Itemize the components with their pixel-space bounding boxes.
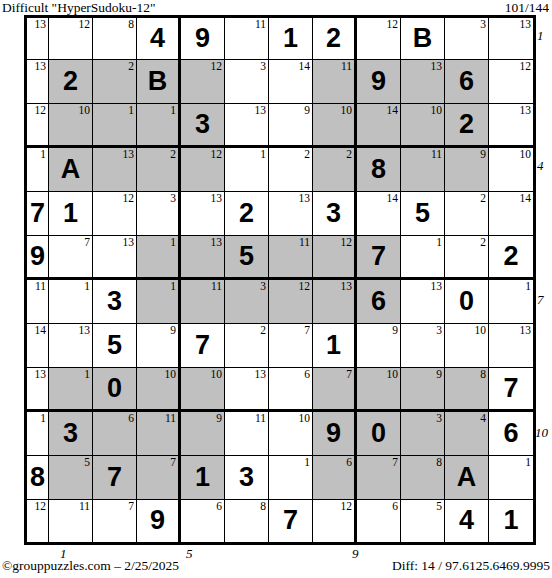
cell-r11c11: A xyxy=(445,456,489,500)
solve-order-mark: 11 xyxy=(35,280,46,293)
solve-order-mark: 1 xyxy=(170,236,176,249)
solve-order-mark: 5 xyxy=(84,456,90,469)
solve-order-mark: 3 xyxy=(260,280,266,293)
cell-r10c4[interactable]: 11 xyxy=(137,412,181,456)
cell-r7c12[interactable]: 1 xyxy=(489,280,533,324)
cell-r8c8: 1 xyxy=(313,324,357,368)
solve-order-mark: 1 xyxy=(170,280,176,293)
cell-r7c7[interactable]: 12 xyxy=(269,280,313,324)
solve-order-mark: 10 xyxy=(431,104,443,117)
cell-r2c9: 9 xyxy=(357,60,401,104)
solve-order-mark: 1 xyxy=(40,412,46,425)
cell-r3c6[interactable]: 13 xyxy=(225,104,269,148)
given-value: 6 xyxy=(371,288,386,315)
solve-order-mark: 8 xyxy=(436,456,442,469)
solve-order-mark: 13 xyxy=(35,368,47,381)
solve-order-mark: 13 xyxy=(211,192,223,205)
cell-r7c4[interactable]: 1 xyxy=(137,280,181,324)
cell-r5c10: 5 xyxy=(401,192,445,236)
solve-order-mark: 2 xyxy=(480,236,486,249)
solve-order-mark: 2 xyxy=(128,60,134,73)
solve-order-mark: 13 xyxy=(211,236,223,249)
cell-r10c6[interactable]: 11 xyxy=(225,412,269,456)
given-value: 2 xyxy=(239,200,254,227)
cell-r6c11[interactable]: 2 xyxy=(445,236,489,280)
col-label-9: 9 xyxy=(352,546,359,562)
cell-r4c3[interactable]: 13 xyxy=(93,148,137,192)
cell-r3c12[interactable]: 13 xyxy=(489,104,533,148)
solve-order-mark: 11 xyxy=(165,412,176,425)
solve-order-mark: 13 xyxy=(341,280,353,293)
row-label-1: 1 xyxy=(537,28,544,44)
solve-order-mark: 11 xyxy=(255,18,266,31)
cell-r4c2: A xyxy=(49,148,93,192)
cell-r10c1[interactable]: 1 xyxy=(27,412,49,456)
cell-r9c11[interactable]: 8 xyxy=(445,368,489,412)
given-value: 0 xyxy=(371,420,386,447)
solve-order-mark: 6 xyxy=(128,412,134,425)
solve-order-mark: 13 xyxy=(520,324,532,337)
given-value: 1 xyxy=(195,464,210,491)
given-value: 3 xyxy=(195,111,210,138)
cell-r7c2[interactable]: 1 xyxy=(49,280,93,324)
cell-r8c10[interactable]: 3 xyxy=(401,324,445,368)
cell-r2c4: B xyxy=(137,60,181,104)
solve-order-mark: 7 xyxy=(346,368,352,381)
cell-r5c1: 7 xyxy=(27,192,49,236)
cell-r1c6[interactable]: 11 xyxy=(225,18,269,60)
col-label-5: 5 xyxy=(186,546,193,562)
solve-order-mark: 10 xyxy=(79,104,91,117)
given-value: 8 xyxy=(30,464,45,491)
solve-order-mark: 1 xyxy=(84,368,90,381)
cell-r1c10: B xyxy=(401,18,445,60)
solve-order-mark: 1 xyxy=(170,104,176,117)
solve-order-mark: 13 xyxy=(35,60,47,73)
cell-r5c5[interactable]: 13 xyxy=(181,192,225,236)
cell-r10c9: 0 xyxy=(357,412,401,456)
cell-r2c10[interactable]: 13 xyxy=(401,60,445,104)
cell-r3c11: 2 xyxy=(445,104,489,148)
solve-order-mark: 10 xyxy=(165,368,177,381)
cell-r4c11[interactable]: 9 xyxy=(445,148,489,192)
cell-r4c1[interactable]: 1 xyxy=(27,148,49,192)
solve-order-mark: 1 xyxy=(436,236,442,249)
given-value: 6 xyxy=(503,420,518,447)
given-value: 4 xyxy=(459,507,474,534)
sudoku-board: 1312849111212B3131322B123141191361212101… xyxy=(24,15,536,545)
cell-r7c11: 0 xyxy=(445,280,489,324)
cell-r2c8[interactable]: 11 xyxy=(313,60,357,104)
cell-r7c10[interactable]: 13 xyxy=(401,280,445,324)
given-value: 3 xyxy=(63,420,78,447)
solve-order-mark: 14 xyxy=(35,324,47,337)
solve-order-mark: 9 xyxy=(304,104,310,117)
cell-r3c3[interactable]: 1 xyxy=(93,104,137,148)
solve-order-mark: 7 xyxy=(128,500,134,513)
cell-r8c9[interactable]: 9 xyxy=(357,324,401,368)
solve-order-mark: 8 xyxy=(260,500,266,513)
cell-r3c10[interactable]: 10 xyxy=(401,104,445,148)
given-value: 3 xyxy=(326,200,341,227)
cell-r2c6[interactable]: 3 xyxy=(225,60,269,104)
cell-r8c3: 5 xyxy=(93,324,137,368)
cell-r6c6: 5 xyxy=(225,236,269,280)
cell-r6c7[interactable]: 11 xyxy=(269,236,313,280)
solve-order-mark: 9 xyxy=(170,324,176,337)
given-value: 9 xyxy=(326,420,341,447)
cell-r1c3[interactable]: 8 xyxy=(93,18,137,60)
cell-r6c9: 7 xyxy=(357,236,401,280)
cell-r11c2[interactable]: 5 xyxy=(49,456,93,500)
row-label-10: 10 xyxy=(535,425,548,441)
cell-r2c11: 6 xyxy=(445,60,489,104)
solve-order-mark: 8 xyxy=(480,368,486,381)
given-value: 1 xyxy=(63,200,78,227)
given-value: 4 xyxy=(150,25,165,52)
solve-order-mark: 13 xyxy=(255,368,267,381)
cell-r9c3: 0 xyxy=(93,368,137,412)
cell-r10c2: 3 xyxy=(49,412,93,456)
cell-r5c3[interactable]: 12 xyxy=(93,192,137,236)
solve-order-mark: 1 xyxy=(304,456,310,469)
copyright-date: ©grouppuzzles.com – 2/25/2025 xyxy=(2,558,179,574)
given-value: 5 xyxy=(107,332,122,359)
solve-order-mark: 10 xyxy=(387,368,399,381)
cell-r10c12: 6 xyxy=(489,412,533,456)
cell-r12c11: 4 xyxy=(445,500,489,542)
solve-order-mark: 7 xyxy=(392,456,398,469)
puzzle-title: Difficult "HyperSudoku-12" xyxy=(2,0,156,16)
solve-order-mark: 1 xyxy=(525,280,531,293)
cell-r4c12[interactable]: 10 xyxy=(489,148,533,192)
cell-r2c2: 2 xyxy=(49,60,93,104)
cell-r6c4[interactable]: 1 xyxy=(137,236,181,280)
cell-r10c11[interactable]: 4 xyxy=(445,412,489,456)
solve-order-mark: 14 xyxy=(387,192,399,205)
solve-order-mark: 11 xyxy=(341,60,352,73)
solve-order-mark: 10 xyxy=(520,148,532,161)
cell-r4c9: 8 xyxy=(357,148,401,192)
given-value: 9 xyxy=(30,243,45,270)
cell-r4c6[interactable]: 1 xyxy=(225,148,269,192)
cell-r2c1[interactable]: 13 xyxy=(27,60,49,104)
cell-r7c5[interactable]: 11 xyxy=(181,280,225,324)
solve-order-mark: 9 xyxy=(436,368,442,381)
cell-r6c12: 2 xyxy=(489,236,533,280)
cell-r3c7[interactable]: 9 xyxy=(269,104,313,148)
cell-r11c4[interactable]: 7 xyxy=(137,456,181,500)
given-value: 2 xyxy=(459,111,474,138)
cell-r8c11[interactable]: 10 xyxy=(445,324,489,368)
solve-order-mark: 14 xyxy=(520,192,532,205)
row-label-7: 7 xyxy=(537,292,544,308)
solve-order-mark: 11 xyxy=(255,412,266,425)
given-value: 5 xyxy=(239,243,254,270)
solve-order-mark: 6 xyxy=(304,368,310,381)
cell-r12c1[interactable]: 12 xyxy=(27,500,49,542)
solve-order-mark: 13 xyxy=(255,104,267,117)
cell-r12c10[interactable]: 5 xyxy=(401,500,445,542)
solve-order-mark: 13 xyxy=(431,280,443,293)
cell-r6c3[interactable]: 13 xyxy=(93,236,137,280)
solve-order-mark: 2 xyxy=(480,192,486,205)
cell-r3c8[interactable]: 10 xyxy=(313,104,357,148)
row-label-4: 4 xyxy=(537,158,544,174)
given-value: 2 xyxy=(503,243,518,270)
solve-order-mark: 12 xyxy=(520,60,532,73)
cell-r1c8: 2 xyxy=(313,18,357,60)
given-value: 9 xyxy=(150,507,165,534)
solve-order-mark: 12 xyxy=(35,500,47,513)
cell-r11c1: 8 xyxy=(27,456,49,500)
cell-r5c8: 3 xyxy=(313,192,357,236)
solve-order-mark: 11 xyxy=(79,500,90,513)
solve-order-mark: 13 xyxy=(431,60,443,73)
difficulty-rating: Diff: 14 / 97.6125.6469.9995 xyxy=(392,558,550,574)
cell-r5c12[interactable]: 14 xyxy=(489,192,533,236)
cell-r1c11[interactable]: 3 xyxy=(445,18,489,60)
given-value: 3 xyxy=(107,288,122,315)
cell-r1c2[interactable]: 12 xyxy=(49,18,93,60)
cell-r8c1[interactable]: 14 xyxy=(27,324,49,368)
cell-r11c6: 3 xyxy=(225,456,269,500)
cell-r5c7[interactable]: 13 xyxy=(269,192,313,236)
cell-r11c9[interactable]: 7 xyxy=(357,456,401,500)
cell-r10c8: 9 xyxy=(313,412,357,456)
given-value: B xyxy=(148,68,168,95)
solve-order-mark: 3 xyxy=(480,18,486,31)
given-value: 5 xyxy=(415,200,430,227)
cell-r12c7: 7 xyxy=(269,500,313,542)
solve-order-mark: 10 xyxy=(299,412,311,425)
cell-r5c4[interactable]: 3 xyxy=(137,192,181,236)
solve-order-mark: 1 xyxy=(84,280,90,293)
cell-r4c4[interactable]: 2 xyxy=(137,148,181,192)
cell-r7c1[interactable]: 11 xyxy=(27,280,49,324)
cell-r12c8[interactable]: 12 xyxy=(313,500,357,542)
solve-order-mark: 12 xyxy=(211,60,223,73)
cell-r12c9[interactable]: 6 xyxy=(357,500,401,542)
cell-r12c5[interactable]: 6 xyxy=(181,500,225,542)
solve-order-mark: 13 xyxy=(35,18,47,31)
cell-r11c8[interactable]: 6 xyxy=(313,456,357,500)
solve-order-mark: 13 xyxy=(79,324,91,337)
cell-r6c2[interactable]: 7 xyxy=(49,236,93,280)
cell-r2c3[interactable]: 2 xyxy=(93,60,137,104)
solve-order-mark: 10 xyxy=(211,368,223,381)
cell-r3c2[interactable]: 10 xyxy=(49,104,93,148)
solve-order-mark: 13 xyxy=(123,236,135,249)
solve-order-mark: 1 xyxy=(128,104,134,117)
solve-order-mark: 13 xyxy=(520,18,532,31)
cell-r1c7: 1 xyxy=(269,18,313,60)
cell-r2c7[interactable]: 14 xyxy=(269,60,313,104)
cell-r4c10[interactable]: 11 xyxy=(401,148,445,192)
solve-order-mark: 1 xyxy=(525,456,531,469)
cell-r9c6[interactable]: 13 xyxy=(225,368,269,412)
cell-r5c2: 1 xyxy=(49,192,93,236)
page-number: 101/144 xyxy=(505,0,549,16)
solve-order-mark: 3 xyxy=(260,60,266,73)
given-value: 9 xyxy=(371,68,386,95)
cell-r5c9[interactable]: 14 xyxy=(357,192,401,236)
given-value: 2 xyxy=(326,25,341,52)
cell-r10c7[interactable]: 10 xyxy=(269,412,313,456)
cell-r9c7[interactable]: 6 xyxy=(269,368,313,412)
cell-r5c6: 2 xyxy=(225,192,269,236)
cell-r3c5: 3 xyxy=(181,104,225,148)
given-value: B xyxy=(413,25,433,52)
solve-order-mark: 14 xyxy=(387,104,399,117)
cell-r9c4[interactable]: 10 xyxy=(137,368,181,412)
cell-r1c1[interactable]: 13 xyxy=(27,18,49,60)
cell-r2c12[interactable]: 12 xyxy=(489,60,533,104)
cell-r8c7[interactable]: 7 xyxy=(269,324,313,368)
cell-r8c6[interactable]: 2 xyxy=(225,324,269,368)
given-value: A xyxy=(457,464,477,491)
cell-r11c5: 1 xyxy=(181,456,225,500)
solve-order-mark: 7 xyxy=(84,236,90,249)
cell-r8c12[interactable]: 13 xyxy=(489,324,533,368)
cell-r6c1: 9 xyxy=(27,236,49,280)
cell-r9c8[interactable]: 7 xyxy=(313,368,357,412)
given-value: 7 xyxy=(503,375,518,402)
cell-r11c7[interactable]: 1 xyxy=(269,456,313,500)
given-value: 0 xyxy=(459,288,474,315)
solve-order-mark: 7 xyxy=(170,456,176,469)
given-value: 7 xyxy=(283,507,298,534)
puzzle-page: { "game": "hyper-sudoku-12x12", "header"… xyxy=(0,0,552,578)
solve-order-mark: 10 xyxy=(475,324,487,337)
cell-r4c5[interactable]: 12 xyxy=(181,148,225,192)
cell-r12c12: 1 xyxy=(489,500,533,542)
cell-r10c10[interactable]: 3 xyxy=(401,412,445,456)
cell-r2c5[interactable]: 12 xyxy=(181,60,225,104)
solve-order-mark: 12 xyxy=(79,18,91,31)
cell-r7c6[interactable]: 3 xyxy=(225,280,269,324)
solve-order-mark: 12 xyxy=(341,500,353,513)
given-value: 3 xyxy=(239,464,254,491)
solve-order-mark: 9 xyxy=(216,412,222,425)
given-value: 1 xyxy=(283,25,298,52)
cell-r8c5: 7 xyxy=(181,324,225,368)
solve-order-mark: 2 xyxy=(260,324,266,337)
cell-r3c1[interactable]: 12 xyxy=(27,104,49,148)
cell-r1c9[interactable]: 12 xyxy=(357,18,401,60)
cell-r9c9[interactable]: 10 xyxy=(357,368,401,412)
solve-order-mark: 2 xyxy=(170,148,176,161)
given-value: 0 xyxy=(107,375,122,402)
cell-r7c9: 6 xyxy=(357,280,401,324)
solve-order-mark: 12 xyxy=(341,236,353,249)
cell-r10c5[interactable]: 9 xyxy=(181,412,225,456)
solve-order-mark: 3 xyxy=(170,192,176,205)
cell-r11c12[interactable]: 1 xyxy=(489,456,533,500)
given-value: 7 xyxy=(371,243,386,270)
given-value: 9 xyxy=(195,25,210,52)
cell-r9c12: 7 xyxy=(489,368,533,412)
solve-order-mark: 13 xyxy=(520,104,532,117)
given-value: 7 xyxy=(30,200,45,227)
solve-order-mark: 12 xyxy=(123,192,135,205)
solve-order-mark: 6 xyxy=(392,500,398,513)
given-value: 2 xyxy=(63,68,78,95)
solve-order-mark: 12 xyxy=(35,104,47,117)
solve-order-mark: 2 xyxy=(346,148,352,161)
solve-order-mark: 13 xyxy=(123,148,135,161)
solve-order-mark: 11 xyxy=(299,236,310,249)
cell-r6c5[interactable]: 13 xyxy=(181,236,225,280)
solve-order-mark: 9 xyxy=(480,148,486,161)
cell-r12c4: 9 xyxy=(137,500,181,542)
solve-order-mark: 1 xyxy=(40,148,46,161)
cell-r8c2[interactable]: 13 xyxy=(49,324,93,368)
cell-r7c8[interactable]: 13 xyxy=(313,280,357,324)
given-value: 7 xyxy=(107,464,122,491)
solve-order-mark: 11 xyxy=(211,280,222,293)
cell-r12c6[interactable]: 8 xyxy=(225,500,269,542)
cell-r5c11[interactable]: 2 xyxy=(445,192,489,236)
cell-r10c3[interactable]: 6 xyxy=(93,412,137,456)
given-value: 6 xyxy=(459,68,474,95)
solve-order-mark: 1 xyxy=(260,148,266,161)
solve-order-mark: 14 xyxy=(299,60,311,73)
cell-r12c3[interactable]: 7 xyxy=(93,500,137,542)
cell-r6c10[interactable]: 1 xyxy=(401,236,445,280)
cell-r3c9[interactable]: 14 xyxy=(357,104,401,148)
solve-order-mark: 8 xyxy=(128,18,134,31)
solve-order-mark: 12 xyxy=(299,280,311,293)
given-value: 7 xyxy=(195,332,210,359)
cell-r4c8[interactable]: 2 xyxy=(313,148,357,192)
cell-r12c2[interactable]: 11 xyxy=(49,500,93,542)
solve-order-mark: 13 xyxy=(299,192,311,205)
solve-order-mark: 11 xyxy=(431,148,442,161)
cell-r8c4[interactable]: 9 xyxy=(137,324,181,368)
solve-order-mark: 5 xyxy=(436,500,442,513)
solve-order-mark: 2 xyxy=(304,148,310,161)
solve-order-mark: 10 xyxy=(341,104,353,117)
solve-order-mark: 12 xyxy=(387,18,399,31)
cell-r9c10[interactable]: 9 xyxy=(401,368,445,412)
solve-order-mark: 4 xyxy=(480,412,486,425)
cell-r9c1[interactable]: 13 xyxy=(27,368,49,412)
cell-r11c10[interactable]: 8 xyxy=(401,456,445,500)
cell-r7c3: 3 xyxy=(93,280,137,324)
solve-order-mark: 12 xyxy=(211,148,223,161)
cell-r1c5: 9 xyxy=(181,18,225,60)
given-value: 8 xyxy=(371,156,386,183)
given-value: A xyxy=(61,156,81,183)
cell-r9c2[interactable]: 1 xyxy=(49,368,93,412)
solve-order-mark: 6 xyxy=(216,500,222,513)
cell-r1c4: 4 xyxy=(137,18,181,60)
solve-order-mark: 3 xyxy=(436,412,442,425)
solve-order-mark: 7 xyxy=(304,324,310,337)
cell-r3c4[interactable]: 1 xyxy=(137,104,181,148)
solve-order-mark: 9 xyxy=(392,324,398,337)
solve-order-mark: 3 xyxy=(436,324,442,337)
cell-r11c3: 7 xyxy=(93,456,137,500)
solve-order-mark: 6 xyxy=(346,456,352,469)
cell-r6c8[interactable]: 12 xyxy=(313,236,357,280)
cell-r9c5[interactable]: 10 xyxy=(181,368,225,412)
given-value: 1 xyxy=(326,332,341,359)
given-value: 1 xyxy=(503,507,518,534)
cell-r1c12[interactable]: 13 xyxy=(489,18,533,60)
cell-r4c7[interactable]: 2 xyxy=(269,148,313,192)
